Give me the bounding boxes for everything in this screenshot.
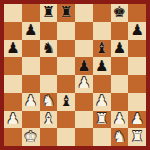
square-g4[interactable]: [111, 75, 129, 93]
black-pawn-icon: ♟: [77, 58, 90, 73]
black-rook-icon: ♜: [42, 5, 55, 20]
square-b7[interactable]: ♟: [22, 22, 40, 40]
square-a6[interactable]: ♟: [4, 40, 22, 58]
square-h6[interactable]: [128, 40, 146, 58]
square-a2[interactable]: ♟: [4, 111, 22, 129]
square-e8[interactable]: [75, 4, 93, 22]
square-b1[interactable]: ♚: [22, 128, 40, 146]
square-d4[interactable]: [57, 75, 75, 93]
square-f6[interactable]: ♝: [93, 40, 111, 58]
square-c3[interactable]: ♞: [40, 93, 58, 111]
square-c1[interactable]: [40, 128, 58, 146]
black-pawn-icon: ♟: [24, 23, 37, 38]
square-g6[interactable]: ♟: [111, 40, 129, 58]
square-c4[interactable]: [40, 75, 58, 93]
square-f2[interactable]: ♜: [93, 111, 111, 129]
square-h5[interactable]: [128, 57, 146, 75]
white-pawn-icon: ♟: [6, 111, 19, 126]
white-pawn-icon: ♟: [95, 94, 108, 109]
square-b5[interactable]: [22, 57, 40, 75]
chess-board: ♜♜♚♟♟♟♞♝♟♟♟♟♟♞♝♟♟♝♜♟♟♚♞♜: [4, 4, 146, 146]
black-pawn-icon: ♟: [113, 40, 126, 55]
square-g3[interactable]: [111, 93, 129, 111]
white-knight-icon: ♞: [113, 129, 126, 144]
square-h2[interactable]: ♟: [128, 111, 146, 129]
square-d2[interactable]: [57, 111, 75, 129]
white-rook-icon: ♜: [95, 111, 108, 126]
black-pawn-icon: ♟: [130, 23, 143, 38]
white-knight-icon: ♞: [42, 94, 55, 109]
black-bishop-icon: ♝: [59, 94, 72, 109]
black-pawn-icon: ♟: [95, 58, 108, 73]
square-c8[interactable]: ♜: [40, 4, 58, 22]
white-pawn-icon: ♟: [77, 76, 90, 91]
square-d1[interactable]: [57, 128, 75, 146]
square-g8[interactable]: ♚: [111, 4, 129, 22]
square-b3[interactable]: ♟: [22, 93, 40, 111]
square-a1[interactable]: [4, 128, 22, 146]
square-g7[interactable]: [111, 22, 129, 40]
square-h4[interactable]: [128, 75, 146, 93]
square-e7[interactable]: [75, 22, 93, 40]
square-d8[interactable]: ♜: [57, 4, 75, 22]
black-pawn-icon: ♟: [6, 40, 19, 55]
chess-board-frame: ♜♜♚♟♟♟♞♝♟♟♟♟♟♞♝♟♟♝♜♟♟♚♞♜: [0, 0, 150, 150]
white-pawn-icon: ♟: [130, 111, 143, 126]
square-a5[interactable]: [4, 57, 22, 75]
square-d5[interactable]: [57, 57, 75, 75]
square-b6[interactable]: [22, 40, 40, 58]
square-e5[interactable]: ♟: [75, 57, 93, 75]
square-a8[interactable]: [4, 4, 22, 22]
black-bishop-icon: ♝: [95, 40, 108, 55]
square-d6[interactable]: [57, 40, 75, 58]
square-h3[interactable]: [128, 93, 146, 111]
square-b8[interactable]: [22, 4, 40, 22]
square-a7[interactable]: [4, 22, 22, 40]
square-e1[interactable]: [75, 128, 93, 146]
white-pawn-icon: ♟: [24, 94, 37, 109]
square-h8[interactable]: [128, 4, 146, 22]
square-c5[interactable]: [40, 57, 58, 75]
square-f3[interactable]: ♟: [93, 93, 111, 111]
square-c2[interactable]: ♝: [40, 111, 58, 129]
black-rook-icon: ♜: [59, 5, 72, 20]
square-h7[interactable]: ♟: [128, 22, 146, 40]
square-f8[interactable]: [93, 4, 111, 22]
square-e4[interactable]: ♟: [75, 75, 93, 93]
square-h1[interactable]: ♜: [128, 128, 146, 146]
square-f1[interactable]: [93, 128, 111, 146]
square-a3[interactable]: [4, 93, 22, 111]
square-f5[interactable]: ♟: [93, 57, 111, 75]
black-knight-icon: ♞: [42, 40, 55, 55]
square-b2[interactable]: [22, 111, 40, 129]
square-e6[interactable]: [75, 40, 93, 58]
black-king-icon: ♚: [113, 5, 126, 20]
white-king-icon: ♚: [24, 129, 37, 144]
square-d3[interactable]: ♝: [57, 93, 75, 111]
square-g5[interactable]: [111, 57, 129, 75]
white-pawn-icon: ♟: [113, 111, 126, 126]
square-d7[interactable]: [57, 22, 75, 40]
square-c6[interactable]: ♞: [40, 40, 58, 58]
square-c7[interactable]: [40, 22, 58, 40]
square-e3[interactable]: [75, 93, 93, 111]
square-b4[interactable]: [22, 75, 40, 93]
square-g2[interactable]: ♟: [111, 111, 129, 129]
square-f4[interactable]: [93, 75, 111, 93]
square-g1[interactable]: ♞: [111, 128, 129, 146]
square-a4[interactable]: [4, 75, 22, 93]
white-bishop-icon: ♝: [42, 111, 55, 126]
white-rook-icon: ♜: [130, 129, 143, 144]
square-e2[interactable]: [75, 111, 93, 129]
square-f7[interactable]: [93, 22, 111, 40]
